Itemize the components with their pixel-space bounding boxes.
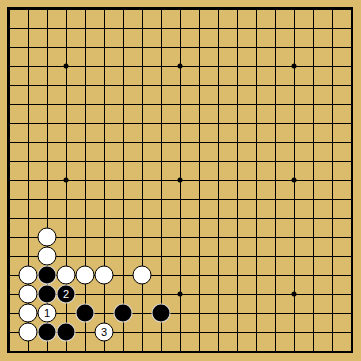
stone-white-b3 (19, 304, 38, 323)
stone-black-c4 (38, 285, 57, 304)
stone-black-e3 (76, 304, 95, 323)
stone-white-c6 (38, 247, 57, 266)
star-point (64, 64, 69, 69)
stone-white-e5 (76, 266, 95, 285)
star-point (292, 178, 297, 183)
stone-black-c2 (38, 323, 57, 342)
star-point (292, 64, 297, 69)
stone-black-g3 (114, 304, 133, 323)
star-point (292, 292, 297, 297)
stone-black-d4: 2 (57, 285, 76, 304)
stone-black-c5 (38, 266, 57, 285)
stone-white-b5 (19, 266, 38, 285)
star-point (64, 178, 69, 183)
stone-white-d5 (57, 266, 76, 285)
stone-black-d2 (57, 323, 76, 342)
star-point (178, 64, 183, 69)
stone-white-b2 (19, 323, 38, 342)
stone-white-c7 (38, 228, 57, 247)
stone-white-h5 (133, 266, 152, 285)
board-grid: 213 (0, 0, 361, 361)
star-point (178, 292, 183, 297)
star-point (178, 178, 183, 183)
stone-black-j3 (152, 304, 171, 323)
go-board[interactable]: 213 (0, 0, 361, 361)
stone-white-c3: 1 (38, 304, 57, 323)
stone-white-b4 (19, 285, 38, 304)
stone-white-f2: 3 (95, 323, 114, 342)
stone-white-f5 (95, 266, 114, 285)
